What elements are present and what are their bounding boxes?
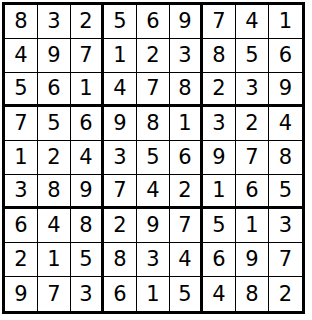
sudoku-cell[interactable]: 6 xyxy=(104,277,137,311)
sudoku-cell[interactable]: 5 xyxy=(38,107,71,141)
sudoku-cell[interactable]: 6 xyxy=(38,73,71,107)
sudoku-cell[interactable]: 1 xyxy=(137,277,170,311)
sudoku-cell[interactable]: 7 xyxy=(104,175,137,209)
sudoku-cell[interactable]: 9 xyxy=(71,175,104,209)
sudoku-cell[interactable]: 8 xyxy=(236,277,269,311)
sudoku-cell[interactable]: 3 xyxy=(170,39,203,73)
sudoku-cell[interactable]: 7 xyxy=(137,73,170,107)
sudoku-cell[interactable]: 3 xyxy=(5,175,38,209)
sudoku-cell[interactable]: 6 xyxy=(203,243,236,277)
sudoku-cell[interactable]: 1 xyxy=(236,209,269,243)
sudoku-cell[interactable]: 2 xyxy=(137,39,170,73)
sudoku-cell[interactable]: 3 xyxy=(38,5,71,39)
sudoku-cell[interactable]: 8 xyxy=(71,209,104,243)
sudoku-cell[interactable]: 1 xyxy=(71,73,104,107)
sudoku-cell[interactable]: 7 xyxy=(170,209,203,243)
sudoku-cell[interactable]: 4 xyxy=(236,5,269,39)
sudoku-cell[interactable]: 1 xyxy=(38,243,71,277)
sudoku-cell[interactable]: 3 xyxy=(269,209,302,243)
sudoku-cell[interactable]: 6 xyxy=(170,141,203,175)
sudoku-cell[interactable]: 8 xyxy=(269,141,302,175)
sudoku-cell[interactable]: 7 xyxy=(236,141,269,175)
sudoku-cell[interactable]: 6 xyxy=(269,39,302,73)
sudoku-cell[interactable]: 5 xyxy=(104,5,137,39)
sudoku-cell[interactable]: 5 xyxy=(170,277,203,311)
sudoku-cell[interactable]: 1 xyxy=(104,39,137,73)
sudoku-cell[interactable]: 5 xyxy=(269,175,302,209)
sudoku-cell[interactable]: 3 xyxy=(137,243,170,277)
sudoku-cell[interactable]: 6 xyxy=(71,107,104,141)
sudoku-cell[interactable]: 4 xyxy=(170,243,203,277)
board-container: 8325697414971238565614782397569813241243… xyxy=(0,0,312,314)
sudoku-board: 8325697414971238565614782397569813241243… xyxy=(2,2,305,314)
sudoku-cell[interactable]: 9 xyxy=(170,5,203,39)
sudoku-cell[interactable]: 4 xyxy=(5,39,38,73)
sudoku-cell[interactable]: 3 xyxy=(71,277,104,311)
sudoku-cell[interactable]: 8 xyxy=(137,107,170,141)
sudoku-cell[interactable]: 4 xyxy=(71,141,104,175)
sudoku-cell[interactable]: 2 xyxy=(170,175,203,209)
sudoku-cell[interactable]: 1 xyxy=(5,141,38,175)
sudoku-cell[interactable]: 5 xyxy=(137,141,170,175)
sudoku-cell[interactable]: 4 xyxy=(137,175,170,209)
sudoku-cell[interactable]: 1 xyxy=(203,175,236,209)
sudoku-cell[interactable]: 8 xyxy=(104,243,137,277)
sudoku-cell[interactable]: 6 xyxy=(137,5,170,39)
sudoku-cell[interactable]: 7 xyxy=(38,277,71,311)
sudoku-cell[interactable]: 2 xyxy=(71,5,104,39)
sudoku-cell[interactable]: 9 xyxy=(236,243,269,277)
sudoku-cell[interactable]: 4 xyxy=(269,107,302,141)
sudoku-cell[interactable]: 2 xyxy=(38,141,71,175)
sudoku-cell[interactable]: 9 xyxy=(104,107,137,141)
sudoku-cell[interactable]: 9 xyxy=(203,141,236,175)
sudoku-cell[interactable]: 2 xyxy=(104,209,137,243)
sudoku-cell[interactable]: 4 xyxy=(203,277,236,311)
sudoku-cell[interactable]: 5 xyxy=(5,73,38,107)
sudoku-cell[interactable]: 7 xyxy=(5,107,38,141)
sudoku-cell[interactable]: 5 xyxy=(236,39,269,73)
sudoku-cell[interactable]: 7 xyxy=(203,5,236,39)
sudoku-cell[interactable]: 9 xyxy=(38,39,71,73)
sudoku-cell[interactable]: 9 xyxy=(137,209,170,243)
sudoku-cell[interactable]: 8 xyxy=(38,175,71,209)
sudoku-cell[interactable]: 1 xyxy=(170,107,203,141)
sudoku-cell[interactable]: 5 xyxy=(71,243,104,277)
sudoku-cell[interactable]: 3 xyxy=(236,73,269,107)
sudoku-cell[interactable]: 5 xyxy=(203,209,236,243)
sudoku-cell[interactable]: 8 xyxy=(170,73,203,107)
sudoku-cell[interactable]: 1 xyxy=(269,5,302,39)
sudoku-cell[interactable]: 2 xyxy=(236,107,269,141)
sudoku-cell[interactable]: 6 xyxy=(5,209,38,243)
sudoku-cell[interactable]: 8 xyxy=(203,39,236,73)
sudoku-cell[interactable]: 4 xyxy=(38,209,71,243)
sudoku-cell[interactable]: 7 xyxy=(71,39,104,73)
sudoku-cell[interactable]: 2 xyxy=(269,277,302,311)
sudoku-cell[interactable]: 8 xyxy=(5,5,38,39)
sudoku-cell[interactable]: 2 xyxy=(203,73,236,107)
sudoku-cell[interactable]: 2 xyxy=(5,243,38,277)
sudoku-cell[interactable]: 6 xyxy=(236,175,269,209)
sudoku-cell[interactable]: 4 xyxy=(104,73,137,107)
sudoku-cell[interactable]: 9 xyxy=(269,73,302,107)
sudoku-cell[interactable]: 7 xyxy=(269,243,302,277)
sudoku-cell[interactable]: 3 xyxy=(203,107,236,141)
sudoku-cell[interactable]: 3 xyxy=(104,141,137,175)
sudoku-cell[interactable]: 9 xyxy=(5,277,38,311)
